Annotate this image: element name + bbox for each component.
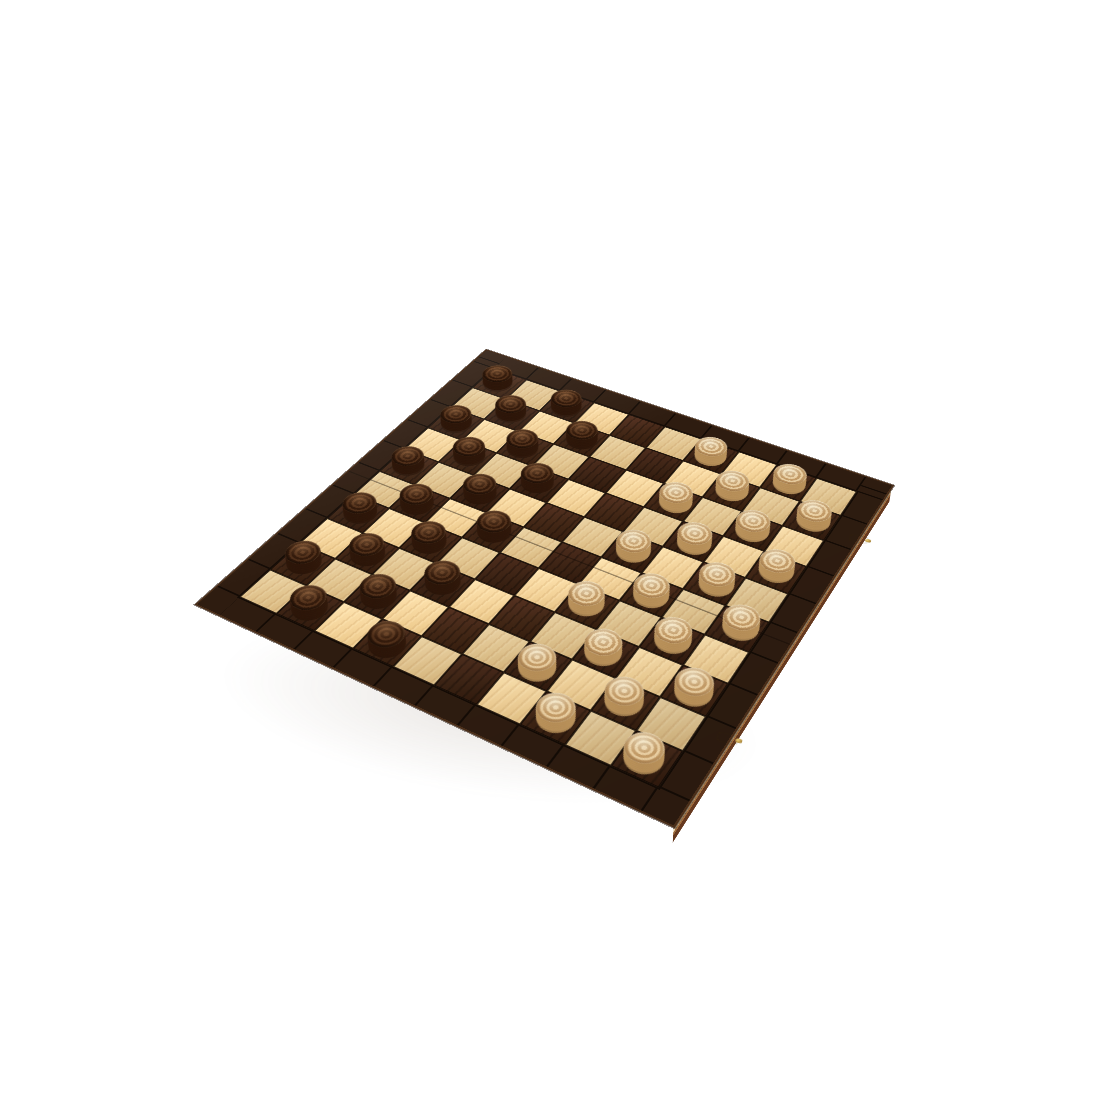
- light-piece[interactable]: [671, 528, 717, 559]
- perspective-scene: [0, 0, 1120, 1120]
- dark-piece[interactable]: [344, 539, 392, 570]
- light-piece[interactable]: [562, 587, 611, 621]
- draughts-board: [197, 351, 891, 826]
- light-piece[interactable]: [768, 470, 811, 498]
- dark-piece[interactable]: [471, 517, 518, 547]
- light-piece[interactable]: [710, 477, 753, 505]
- board-top-face: [197, 351, 891, 826]
- light-piece[interactable]: [653, 488, 697, 517]
- light-piece[interactable]: [610, 536, 656, 567]
- dark-piece[interactable]: [458, 480, 503, 508]
- light-piece[interactable]: [729, 516, 774, 546]
- light-piece[interactable]: [578, 635, 629, 672]
- product-photo-canvas: [0, 0, 1120, 1120]
- light-piece[interactable]: [753, 555, 799, 587]
